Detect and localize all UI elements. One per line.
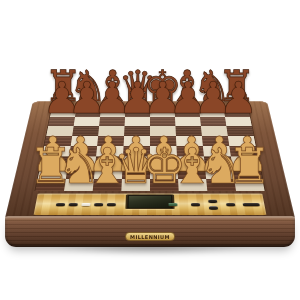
panel-button-r4[interactable]	[208, 206, 217, 209]
lcd-display	[125, 194, 174, 209]
millennium-brand-plaque: MILLENNIUM	[125, 232, 175, 241]
square-e5[interactable]	[150, 136, 176, 146]
square-f3[interactable]	[177, 157, 205, 168]
square-e7[interactable]	[150, 117, 175, 126]
square-f6[interactable]	[175, 126, 201, 136]
panel-button-r3[interactable]	[208, 199, 217, 202]
square-b4[interactable]	[69, 146, 97, 157]
square-c6[interactable]	[98, 126, 124, 136]
square-f5[interactable]	[176, 136, 203, 146]
square-g2[interactable]	[205, 167, 234, 178]
square-g4[interactable]	[203, 146, 231, 157]
square-h7[interactable]	[225, 117, 252, 126]
panel-button-l4[interactable]	[94, 203, 103, 206]
square-f4[interactable]	[176, 146, 203, 157]
square-c3[interactable]	[95, 157, 123, 168]
panel-button-l2[interactable]	[68, 203, 77, 206]
square-c5[interactable]	[97, 136, 124, 146]
board-top-surface	[5, 101, 295, 218]
square-h4[interactable]	[229, 146, 258, 157]
square-e1[interactable]	[150, 179, 179, 191]
square-c7[interactable]	[99, 117, 125, 126]
square-h6[interactable]	[226, 126, 253, 136]
chessboard	[35, 108, 264, 191]
square-c4[interactable]	[96, 146, 123, 157]
square-e4[interactable]	[150, 146, 177, 157]
square-d1[interactable]	[121, 179, 150, 191]
square-g5[interactable]	[202, 136, 229, 146]
panel-button-r1[interactable]	[168, 203, 177, 206]
square-b8[interactable]	[75, 108, 101, 117]
square-c2[interactable]	[94, 167, 123, 178]
panel-button-l5[interactable]	[106, 203, 115, 206]
square-b1[interactable]	[64, 179, 94, 191]
square-d8[interactable]	[125, 108, 150, 117]
square-f1[interactable]	[178, 179, 207, 191]
square-d4[interactable]	[123, 146, 150, 157]
square-a1[interactable]	[35, 179, 65, 191]
square-d5[interactable]	[124, 136, 150, 146]
square-b7[interactable]	[74, 117, 100, 126]
square-a6[interactable]	[46, 126, 73, 136]
square-d7[interactable]	[125, 117, 150, 126]
square-c1[interactable]	[93, 179, 122, 191]
square-a7[interactable]	[48, 117, 75, 126]
square-b2[interactable]	[66, 167, 95, 178]
panel-button-r5[interactable]	[226, 203, 235, 206]
panel-button-l1[interactable]	[55, 203, 64, 206]
square-d3[interactable]	[123, 157, 150, 168]
square-d2[interactable]	[122, 167, 150, 178]
board-front-edge: MILLENNIUM	[5, 216, 295, 247]
square-e3[interactable]	[150, 157, 177, 168]
square-h3[interactable]	[231, 157, 260, 168]
square-h5[interactable]	[228, 136, 256, 146]
square-a4[interactable]	[42, 146, 71, 157]
panel-button-r6[interactable]	[242, 203, 259, 206]
square-a8[interactable]	[50, 108, 76, 117]
square-c8[interactable]	[100, 108, 125, 117]
square-h8[interactable]	[224, 108, 250, 117]
panel-button-r2[interactable]	[190, 203, 199, 206]
square-g3[interactable]	[204, 157, 233, 168]
square-f2[interactable]	[177, 167, 206, 178]
square-h2[interactable]	[232, 167, 262, 178]
square-b5[interactable]	[71, 136, 98, 146]
square-g1[interactable]	[206, 179, 236, 191]
square-a2[interactable]	[38, 167, 68, 178]
square-b6[interactable]	[72, 126, 99, 136]
panel-button-l3[interactable]	[81, 203, 90, 206]
square-g6[interactable]	[201, 126, 228, 136]
square-e6[interactable]	[150, 126, 176, 136]
square-f7[interactable]	[175, 117, 201, 126]
square-h1[interactable]	[234, 179, 264, 191]
square-g8[interactable]	[199, 108, 225, 117]
square-f8[interactable]	[175, 108, 200, 117]
brand-label: MILLENNIUM	[130, 234, 170, 240]
square-b3[interactable]	[68, 157, 97, 168]
square-e8[interactable]	[150, 108, 175, 117]
square-g7[interactable]	[200, 117, 226, 126]
square-e2[interactable]	[150, 167, 178, 178]
control-panel-strip	[34, 194, 267, 215]
square-d6[interactable]	[124, 126, 150, 136]
square-a3[interactable]	[40, 157, 69, 168]
lcd-screen	[128, 196, 171, 208]
square-a5[interactable]	[44, 136, 72, 146]
chess-computer-product-photo: MILLENNIUM ♜♞♝♛♚♝♞♜♟♟♟♟♟♟♟♟♟♟♟♟♟♟♟♟♜♞♝♛♚…	[0, 0, 300, 300]
